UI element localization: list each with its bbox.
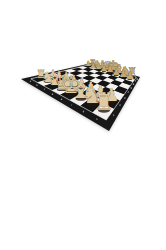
coordinate-label: f xyxy=(71,104,72,107)
photo-stage: a1b2c3d4e5f6g7h8 ♜♟♞♟♝♟♛♟♚♟♝♞♟♟♜♟♟♜♟♟♞♟♝… xyxy=(0,0,166,250)
chess-board: a1b2c3d4e5f6g7h8 xyxy=(0,0,166,250)
